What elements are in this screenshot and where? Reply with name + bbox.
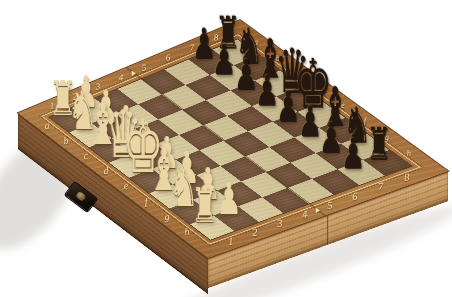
clasp-pin-icon: [75, 191, 86, 202]
fold-seam-side: [327, 214, 329, 245]
chess-set-photo: aabbccddeeffgghh1122334455667788▲▲ ♜♞♝♛♚…: [0, 0, 452, 297]
